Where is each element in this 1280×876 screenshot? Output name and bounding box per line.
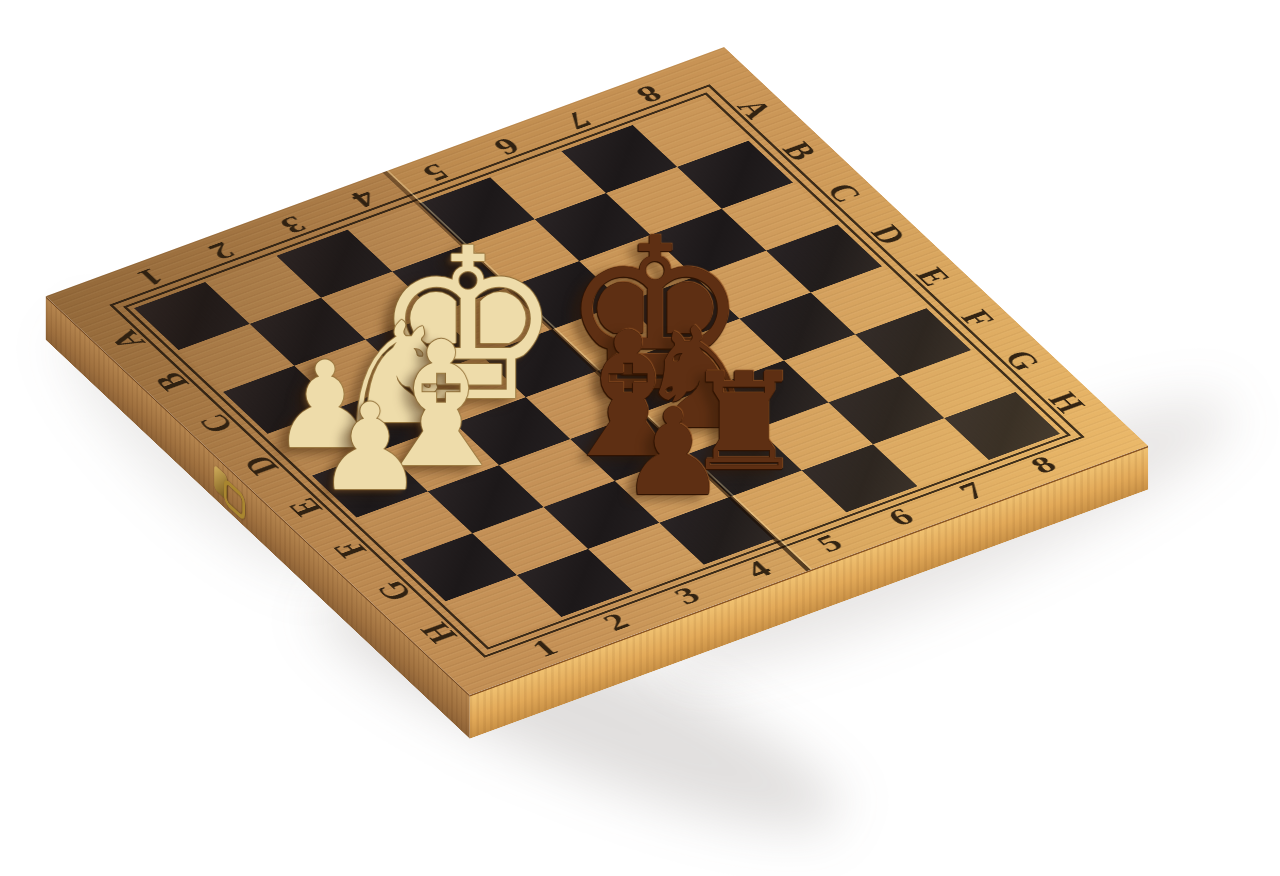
square-H8[interactable] xyxy=(944,392,1060,460)
pawn-glyph: ♟ xyxy=(619,393,727,513)
product-photo: 1122334455667788AABBCCDDEEFFGGHH ♟♞♚♟♝♚♝… xyxy=(0,0,1280,876)
square-G1[interactable] xyxy=(401,533,517,601)
square-H7[interactable] xyxy=(873,418,989,486)
square-H6[interactable] xyxy=(802,444,918,512)
square-G7[interactable] xyxy=(828,376,944,444)
square-G2[interactable] xyxy=(472,507,588,575)
square-H1[interactable] xyxy=(446,575,562,643)
piece-white-pawn[interactable]: ♟ xyxy=(316,388,424,508)
square-H3[interactable] xyxy=(588,523,704,591)
label-far-1: 1 xyxy=(119,259,182,296)
label-right-H: H xyxy=(1036,383,1099,420)
square-H2[interactable] xyxy=(517,549,633,617)
label-far-3: 3 xyxy=(262,207,325,244)
pawn-glyph: ♟ xyxy=(316,388,424,508)
label-far-2: 2 xyxy=(191,233,254,270)
piece-dark-pawn[interactable]: ♟ xyxy=(619,393,727,513)
